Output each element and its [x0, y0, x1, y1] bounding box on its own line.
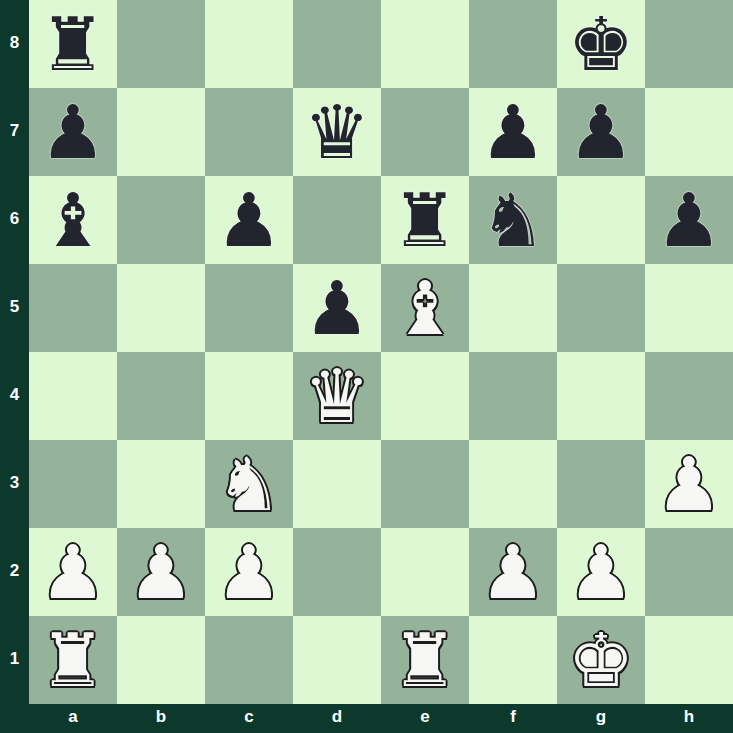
file-label-c: c: [205, 704, 293, 733]
square-a7[interactable]: ♟: [29, 88, 117, 176]
rank-label-5: 5: [0, 264, 29, 352]
square-e7[interactable]: [381, 88, 469, 176]
white-king-g1[interactable]: ♚: [557, 616, 645, 704]
square-g7[interactable]: ♟: [557, 88, 645, 176]
square-d1[interactable]: [293, 616, 381, 704]
black-pawn-f7[interactable]: ♟: [469, 88, 557, 176]
square-f1[interactable]: [469, 616, 557, 704]
square-c5[interactable]: [205, 264, 293, 352]
square-b4[interactable]: [117, 352, 205, 440]
square-d7[interactable]: ♛: [293, 88, 381, 176]
square-f8[interactable]: [469, 0, 557, 88]
square-b6[interactable]: [117, 176, 205, 264]
white-pawn-h3[interactable]: ♟: [645, 440, 733, 528]
square-e6[interactable]: ♜: [381, 176, 469, 264]
square-a5[interactable]: [29, 264, 117, 352]
black-king-g8[interactable]: ♚: [557, 0, 645, 88]
file-label-g: g: [557, 704, 645, 733]
black-pawn-a7[interactable]: ♟: [29, 88, 117, 176]
square-h6[interactable]: ♟: [645, 176, 733, 264]
white-pawn-a2[interactable]: ♟: [29, 528, 117, 616]
frame-corner: [0, 704, 29, 733]
rank-label-7: 7: [0, 88, 29, 176]
black-bishop-a6[interactable]: ♝: [29, 176, 117, 264]
square-b5[interactable]: [117, 264, 205, 352]
rank-label-2: 2: [0, 528, 29, 616]
black-knight-f6[interactable]: ♞: [469, 176, 557, 264]
white-pawn-g2[interactable]: ♟: [557, 528, 645, 616]
chess-board: 8♜♚7♟♛♟♟6♝♟♜♞♟5♟♝4♛3♞♟2♟♟♟♟♟1♜♜♚abcdefgh: [0, 0, 733, 733]
square-c4[interactable]: [205, 352, 293, 440]
rank-label-1: 1: [0, 616, 29, 704]
black-pawn-d5[interactable]: ♟: [293, 264, 381, 352]
black-rook-a8[interactable]: ♜: [29, 0, 117, 88]
white-queen-d4[interactable]: ♛: [293, 352, 381, 440]
square-f3[interactable]: [469, 440, 557, 528]
square-d8[interactable]: [293, 0, 381, 88]
file-label-b: b: [117, 704, 205, 733]
square-g6[interactable]: [557, 176, 645, 264]
square-a3[interactable]: [29, 440, 117, 528]
black-pawn-h6[interactable]: ♟: [645, 176, 733, 264]
white-pawn-f2[interactable]: ♟: [469, 528, 557, 616]
square-a4[interactable]: [29, 352, 117, 440]
square-e3[interactable]: [381, 440, 469, 528]
square-e2[interactable]: [381, 528, 469, 616]
square-h1[interactable]: [645, 616, 733, 704]
square-e5[interactable]: ♝: [381, 264, 469, 352]
square-h8[interactable]: [645, 0, 733, 88]
square-e4[interactable]: [381, 352, 469, 440]
white-pawn-b2[interactable]: ♟: [117, 528, 205, 616]
white-bishop-e5[interactable]: ♝: [381, 264, 469, 352]
white-pawn-c2[interactable]: ♟: [205, 528, 293, 616]
file-label-h: h: [645, 704, 733, 733]
white-knight-c3[interactable]: ♞: [205, 440, 293, 528]
square-f7[interactable]: ♟: [469, 88, 557, 176]
square-d2[interactable]: [293, 528, 381, 616]
square-a6[interactable]: ♝: [29, 176, 117, 264]
black-rook-e6[interactable]: ♜: [381, 176, 469, 264]
square-d6[interactable]: [293, 176, 381, 264]
square-a8[interactable]: ♜: [29, 0, 117, 88]
square-f5[interactable]: [469, 264, 557, 352]
square-b3[interactable]: [117, 440, 205, 528]
rank-label-8: 8: [0, 0, 29, 88]
square-c3[interactable]: ♞: [205, 440, 293, 528]
square-g2[interactable]: ♟: [557, 528, 645, 616]
file-label-f: f: [469, 704, 557, 733]
rank-label-6: 6: [0, 176, 29, 264]
square-f2[interactable]: ♟: [469, 528, 557, 616]
file-label-d: d: [293, 704, 381, 733]
square-a2[interactable]: ♟: [29, 528, 117, 616]
square-c6[interactable]: ♟: [205, 176, 293, 264]
black-pawn-c6[interactable]: ♟: [205, 176, 293, 264]
square-h7[interactable]: [645, 88, 733, 176]
white-rook-e1[interactable]: ♜: [381, 616, 469, 704]
square-g3[interactable]: [557, 440, 645, 528]
square-b7[interactable]: [117, 88, 205, 176]
square-f6[interactable]: ♞: [469, 176, 557, 264]
square-f4[interactable]: [469, 352, 557, 440]
square-d4[interactable]: ♛: [293, 352, 381, 440]
square-h5[interactable]: [645, 264, 733, 352]
square-g4[interactable]: [557, 352, 645, 440]
square-b2[interactable]: ♟: [117, 528, 205, 616]
square-e1[interactable]: ♜: [381, 616, 469, 704]
file-label-a: a: [29, 704, 117, 733]
square-e8[interactable]: [381, 0, 469, 88]
rank-label-3: 3: [0, 440, 29, 528]
square-c2[interactable]: ♟: [205, 528, 293, 616]
file-label-e: e: [381, 704, 469, 733]
square-b8[interactable]: [117, 0, 205, 88]
square-c8[interactable]: [205, 0, 293, 88]
square-c7[interactable]: [205, 88, 293, 176]
square-a1[interactable]: ♜: [29, 616, 117, 704]
rank-label-4: 4: [0, 352, 29, 440]
square-g8[interactable]: ♚: [557, 0, 645, 88]
square-c1[interactable]: [205, 616, 293, 704]
square-d3[interactable]: [293, 440, 381, 528]
square-g5[interactable]: [557, 264, 645, 352]
square-b1[interactable]: [117, 616, 205, 704]
square-g1[interactable]: ♚: [557, 616, 645, 704]
white-rook-a1[interactable]: ♜: [29, 616, 117, 704]
black-queen-d7[interactable]: ♛: [293, 88, 381, 176]
square-h3[interactable]: ♟: [645, 440, 733, 528]
square-h2[interactable]: [645, 528, 733, 616]
square-h4[interactable]: [645, 352, 733, 440]
square-d5[interactable]: ♟: [293, 264, 381, 352]
black-pawn-g7[interactable]: ♟: [557, 88, 645, 176]
